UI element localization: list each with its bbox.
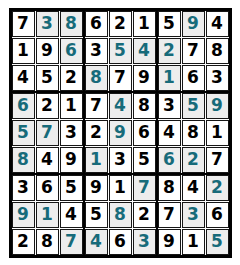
cell-r7c7[interactable]: 8 xyxy=(158,175,181,201)
cell-r7c1[interactable]: 3 xyxy=(12,175,35,201)
cell-r9c9[interactable]: 5 xyxy=(206,229,229,255)
cell-r1c7[interactable]: 5 xyxy=(158,11,181,37)
cell-r5c9[interactable]: 1 xyxy=(206,120,229,146)
cell-r8c3[interactable]: 4 xyxy=(60,202,83,228)
cell-r6c3[interactable]: 9 xyxy=(60,147,83,173)
cell-r7c3[interactable]: 5 xyxy=(60,175,83,201)
cell-r3c2[interactable]: 5 xyxy=(36,65,59,91)
box-2-2: 748296135 xyxy=(85,93,156,173)
cell-r6c2[interactable]: 4 xyxy=(36,147,59,173)
cell-r5c3[interactable]: 3 xyxy=(60,120,83,146)
cell-r7c5[interactable]: 1 xyxy=(109,175,132,201)
cell-r8c7[interactable]: 7 xyxy=(158,202,181,228)
cell-r8c9[interactable]: 6 xyxy=(206,202,229,228)
cell-r4c1[interactable]: 6 xyxy=(12,93,35,119)
cell-r4c2[interactable]: 2 xyxy=(36,93,59,119)
cell-r8c4[interactable]: 5 xyxy=(85,202,108,228)
cell-r3c1[interactable]: 4 xyxy=(12,65,35,91)
cell-r9c2[interactable]: 8 xyxy=(36,229,59,255)
cell-r3c9[interactable]: 3 xyxy=(206,65,229,91)
cell-r7c2[interactable]: 6 xyxy=(36,175,59,201)
cell-r5c2[interactable]: 7 xyxy=(36,120,59,146)
cell-r9c5[interactable]: 6 xyxy=(109,229,132,255)
cell-r2c1[interactable]: 1 xyxy=(12,38,35,64)
cell-r1c2[interactable]: 3 xyxy=(36,11,59,37)
cell-r5c1[interactable]: 5 xyxy=(12,120,35,146)
cell-r1c3[interactable]: 8 xyxy=(60,11,83,37)
cell-r5c6[interactable]: 6 xyxy=(133,120,156,146)
cell-r9c3[interactable]: 7 xyxy=(60,229,83,255)
cell-r8c6[interactable]: 2 xyxy=(133,202,156,228)
box-1-3: 594278163 xyxy=(158,11,229,91)
cell-r8c1[interactable]: 9 xyxy=(12,202,35,228)
cell-r2c6[interactable]: 4 xyxy=(133,38,156,64)
box-3-2: 917582463 xyxy=(85,175,156,255)
cell-r2c8[interactable]: 7 xyxy=(182,38,205,64)
cell-r7c9[interactable]: 2 xyxy=(206,175,229,201)
box-2-3: 359481627 xyxy=(158,93,229,173)
cell-r6c5[interactable]: 3 xyxy=(109,147,132,173)
cell-r7c4[interactable]: 9 xyxy=(85,175,108,201)
cell-r9c4[interactable]: 4 xyxy=(85,229,108,255)
cell-r7c8[interactable]: 4 xyxy=(182,175,205,201)
cell-r6c9[interactable]: 7 xyxy=(206,147,229,173)
cell-r4c9[interactable]: 9 xyxy=(206,93,229,119)
cell-r8c5[interactable]: 8 xyxy=(109,202,132,228)
cell-r7c6[interactable]: 7 xyxy=(133,175,156,201)
cell-r3c6[interactable]: 9 xyxy=(133,65,156,91)
cell-r1c8[interactable]: 9 xyxy=(182,11,205,37)
cell-r9c6[interactable]: 3 xyxy=(133,229,156,255)
cell-r4c7[interactable]: 3 xyxy=(158,93,181,119)
cell-r4c3[interactable]: 1 xyxy=(60,93,83,119)
cell-r8c2[interactable]: 1 xyxy=(36,202,59,228)
cell-r3c4[interactable]: 8 xyxy=(85,65,108,91)
cell-r3c3[interactable]: 2 xyxy=(60,65,83,91)
cell-r3c7[interactable]: 1 xyxy=(158,65,181,91)
cell-r5c4[interactable]: 2 xyxy=(85,120,108,146)
cell-r2c7[interactable]: 2 xyxy=(158,38,181,64)
cell-r1c1[interactable]: 7 xyxy=(12,11,35,37)
cell-r8c8[interactable]: 3 xyxy=(182,202,205,228)
cell-r6c7[interactable]: 6 xyxy=(158,147,181,173)
sudoku-board: 7381964526213548795942781636215738497482… xyxy=(9,8,232,258)
cell-r1c6[interactable]: 1 xyxy=(133,11,156,37)
cell-r9c8[interactable]: 1 xyxy=(182,229,205,255)
box-1-1: 738196452 xyxy=(12,11,83,91)
cell-r2c2[interactable]: 9 xyxy=(36,38,59,64)
cell-r4c5[interactable]: 4 xyxy=(109,93,132,119)
cell-r1c5[interactable]: 2 xyxy=(109,11,132,37)
page: 7381964526213548795942781636215738497482… xyxy=(0,0,240,265)
cell-r2c5[interactable]: 5 xyxy=(109,38,132,64)
cell-r6c4[interactable]: 1 xyxy=(85,147,108,173)
cell-r1c9[interactable]: 4 xyxy=(206,11,229,37)
cell-r4c4[interactable]: 7 xyxy=(85,93,108,119)
cell-r3c8[interactable]: 6 xyxy=(182,65,205,91)
cell-r6c6[interactable]: 5 xyxy=(133,147,156,173)
box-3-1: 365914287 xyxy=(12,175,83,255)
cell-r4c6[interactable]: 8 xyxy=(133,93,156,119)
cell-r6c8[interactable]: 2 xyxy=(182,147,205,173)
box-3-3: 842736915 xyxy=(158,175,229,255)
cell-r6c1[interactable]: 8 xyxy=(12,147,35,173)
cell-r4c8[interactable]: 5 xyxy=(182,93,205,119)
box-1-2: 621354879 xyxy=(85,11,156,91)
cell-r9c7[interactable]: 9 xyxy=(158,229,181,255)
cell-r5c7[interactable]: 4 xyxy=(158,120,181,146)
cell-r3c5[interactable]: 7 xyxy=(109,65,132,91)
cell-r9c1[interactable]: 2 xyxy=(12,229,35,255)
cell-r5c5[interactable]: 9 xyxy=(109,120,132,146)
cell-r5c8[interactable]: 8 xyxy=(182,120,205,146)
box-2-1: 621573849 xyxy=(12,93,83,173)
cell-r2c4[interactable]: 3 xyxy=(85,38,108,64)
cell-r2c3[interactable]: 6 xyxy=(60,38,83,64)
cell-r2c9[interactable]: 8 xyxy=(206,38,229,64)
cell-r1c4[interactable]: 6 xyxy=(85,11,108,37)
